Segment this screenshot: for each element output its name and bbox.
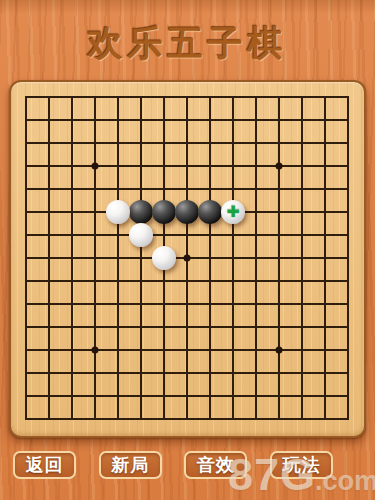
toolbar: 返回新局音效玩法 (0, 451, 375, 479)
star-point (92, 347, 99, 354)
black-stone[interactable] (175, 200, 199, 224)
star-point (184, 255, 191, 262)
star-point (276, 163, 283, 170)
rules-button[interactable]: 玩法 (270, 451, 333, 479)
grid-line-vertical (347, 96, 349, 420)
last-move-marker-icon: ✚ (221, 200, 245, 224)
star-point (276, 347, 283, 354)
grid-line-horizontal (25, 395, 349, 397)
grid-line-horizontal (25, 372, 349, 374)
new-game-button[interactable]: 新局 (99, 451, 162, 479)
white-stone[interactable] (106, 200, 130, 224)
white-stone[interactable] (152, 246, 176, 270)
grid-line-vertical (324, 96, 326, 420)
sound-button[interactable]: 音效 (184, 451, 247, 479)
board-grid[interactable]: ✚ (26, 97, 348, 419)
page-title: 欢乐五子棋 (0, 20, 375, 67)
grid-line-horizontal (25, 418, 349, 420)
back-button[interactable]: 返回 (13, 451, 76, 479)
white-stone[interactable] (129, 223, 153, 247)
star-point (92, 163, 99, 170)
gomoku-board: ✚ (9, 80, 366, 438)
black-stone[interactable] (129, 200, 153, 224)
black-stone[interactable] (152, 200, 176, 224)
black-stone[interactable] (198, 200, 222, 224)
white-stone[interactable]: ✚ (221, 200, 245, 224)
